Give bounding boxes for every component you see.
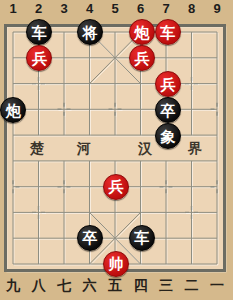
- column-label-top-5: 5: [111, 1, 118, 16]
- piece-black-elephant[interactable]: 象: [155, 123, 181, 149]
- piece-red-soldier[interactable]: 兵: [103, 174, 129, 200]
- column-label-bottom-5: 五: [108, 277, 122, 295]
- column-label-top-7: 7: [162, 1, 169, 16]
- piece-black-chariot[interactable]: 车: [129, 225, 155, 251]
- piece-black-cannon[interactable]: 炮: [0, 97, 26, 123]
- column-label-bottom-1: 九: [6, 277, 20, 295]
- column-label-bottom-8: 二: [185, 277, 199, 295]
- column-label-bottom-6: 四: [134, 277, 148, 295]
- column-label-top-8: 8: [188, 1, 195, 16]
- column-label-top-6: 6: [137, 1, 144, 16]
- piece-red-soldier[interactable]: 兵: [26, 45, 52, 71]
- piece-black-soldier[interactable]: 卒: [77, 225, 103, 251]
- piece-red-chariot[interactable]: 车: [155, 19, 181, 45]
- piece-red-cannon[interactable]: 炮: [129, 19, 155, 45]
- column-label-bottom-9: 一: [210, 277, 224, 295]
- piece-black-soldier[interactable]: 卒: [155, 97, 181, 123]
- column-label-top-3: 3: [60, 1, 67, 16]
- column-label-top-2: 2: [35, 1, 42, 16]
- column-label-bottom-7: 三: [159, 277, 173, 295]
- piece-red-soldier[interactable]: 兵: [155, 71, 181, 97]
- piece-black-general[interactable]: 将: [77, 19, 103, 45]
- column-label-top-9: 9: [213, 1, 220, 16]
- xiangqi-board: 123456789 楚 河 汉 界 车将炮车兵兵兵炮卒象兵卒车帅 九八七六五四三…: [0, 0, 233, 300]
- column-label-bottom-3: 七: [57, 277, 71, 295]
- column-label-bottom-2: 八: [32, 277, 46, 295]
- column-label-top-4: 4: [86, 1, 93, 16]
- piece-red-soldier[interactable]: 兵: [129, 45, 155, 71]
- piece-black-chariot[interactable]: 车: [26, 19, 52, 45]
- pieces-layer: 车将炮车兵兵兵炮卒象兵卒车帅: [0, 19, 230, 277]
- column-label-bottom-4: 六: [83, 277, 97, 295]
- piece-red-general[interactable]: 帅: [103, 251, 129, 277]
- column-label-top-1: 1: [9, 1, 16, 16]
